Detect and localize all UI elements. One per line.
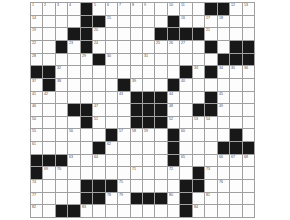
grid-cell-r11c11[interactable]: [155, 129, 166, 141]
grid-cell-r8c2[interactable]: 42: [43, 92, 54, 104]
grid-cell-r10c1[interactable]: 50: [31, 117, 42, 129]
grid-cell-r3c10[interactable]: [143, 28, 154, 40]
grid-cell-r6c16[interactable]: 34: [218, 66, 229, 78]
grid-cell-r10c6[interactable]: 51: [93, 117, 104, 129]
grid-cell-r3c7[interactable]: [106, 28, 117, 40]
grid-cell-r13c4[interactable]: 63: [68, 155, 79, 167]
grid-cell-r1c3[interactable]: 3: [56, 3, 67, 15]
grid-cell-r8c12[interactable]: 44: [168, 92, 179, 104]
clue-number: 2: [44, 3, 46, 7]
grid-cell-r2c13[interactable]: 16: [180, 16, 191, 28]
grid-cell-r11c18[interactable]: [243, 129, 254, 141]
clue-number: 65: [181, 155, 185, 159]
grid-cell-r1c4[interactable]: 4: [68, 3, 79, 15]
black-cell-r11c12: [168, 129, 179, 141]
grid-cell-r5c11[interactable]: [155, 54, 166, 66]
grid-cell-r9c18[interactable]: [243, 104, 254, 116]
grid-cell-r13c10[interactable]: [143, 155, 154, 167]
grid-cell-r13c13[interactable]: 65: [180, 155, 191, 167]
grid-cell-r7c11[interactable]: [155, 79, 166, 91]
grid-cell-r6c3[interactable]: 32: [56, 66, 67, 78]
grid-cell-r12c3[interactable]: [56, 142, 67, 154]
grid-cell-r9c2[interactable]: [43, 104, 54, 116]
clue-number: 80: [169, 193, 173, 197]
grid-cell-r5c15[interactable]: [205, 54, 216, 66]
grid-cell-r17c14[interactable]: 84: [193, 205, 204, 217]
grid-cell-r15c11[interactable]: [155, 180, 166, 192]
grid-cell-r5c9[interactable]: [131, 54, 142, 66]
grid-cell-r6c17[interactable]: 35: [230, 66, 241, 78]
grid-cell-r14c16[interactable]: [218, 167, 229, 179]
grid-cell-r2c2[interactable]: [43, 16, 54, 28]
grid-cell-r11c10[interactable]: 59: [143, 129, 154, 141]
black-cell-r1c16: [218, 3, 229, 15]
grid-cell-r4c10[interactable]: [143, 41, 154, 53]
grid-cell-r16c7[interactable]: 78: [106, 193, 117, 205]
clue-number: 24: [94, 41, 98, 45]
grid-cell-r4c16[interactable]: [218, 41, 229, 53]
black-cell-r8c15: [205, 92, 216, 104]
grid-cell-r14c17[interactable]: [230, 167, 241, 179]
grid-cell-r17c8[interactable]: [118, 205, 129, 217]
black-cell-r10c9: [131, 117, 142, 129]
grid-cell-r3c1[interactable]: 19: [31, 28, 42, 40]
clue-number: 28: [32, 54, 36, 58]
grid-cell-r12c10[interactable]: [143, 142, 154, 154]
grid-cell-r15c2[interactable]: [43, 180, 54, 192]
grid-cell-r10c16[interactable]: [218, 117, 229, 129]
grid-cell-r9c7[interactable]: [106, 104, 117, 116]
grid-cell-r16c1[interactable]: 77: [31, 193, 42, 205]
grid-cell-r8c3[interactable]: [56, 92, 67, 104]
grid-cell-r6c8[interactable]: [118, 66, 129, 78]
grid-cell-r15c4[interactable]: [68, 180, 79, 192]
grid-cell-r2c16[interactable]: 18: [218, 16, 229, 28]
grid-cell-r11c13[interactable]: 60: [180, 129, 191, 141]
black-cell-r3c4: [68, 28, 79, 40]
grid-cell-r8c18[interactable]: [243, 92, 254, 104]
grid-cell-r13c6[interactable]: 64: [93, 155, 104, 167]
grid-cell-r15c12[interactable]: [168, 180, 179, 192]
clue-number: 68: [244, 155, 248, 159]
grid-cell-r4c2[interactable]: [43, 41, 54, 53]
grid-cell-r1c2[interactable]: 2: [43, 3, 54, 15]
clue-number: 19: [32, 28, 36, 32]
grid-cell-r14c12[interactable]: 72: [168, 167, 179, 179]
grid-cell-r2c11[interactable]: [155, 16, 166, 28]
grid-cell-r16c2[interactable]: [43, 193, 54, 205]
grid-cell-r1c9[interactable]: 8: [131, 3, 142, 15]
grid-cell-r5c14[interactable]: [193, 54, 204, 66]
grid-cell-r13c18[interactable]: 68: [243, 155, 254, 167]
black-cell-r9c9: [131, 104, 142, 116]
grid-cell-r6c11[interactable]: [155, 66, 166, 78]
grid-cell-r9c16[interactable]: 49: [218, 104, 229, 116]
grid-cell-r11c3[interactable]: [56, 129, 67, 141]
grid-cell-r15c1[interactable]: 74: [31, 180, 42, 192]
grid-cell-r2c14[interactable]: [193, 16, 204, 28]
grid-cell-r8c8[interactable]: 43: [118, 92, 129, 104]
grid-cell-r14c3[interactable]: 70: [56, 167, 67, 179]
grid-cell-r17c2[interactable]: [43, 205, 54, 217]
grid-cell-r1c11[interactable]: [155, 3, 166, 15]
grid-cell-r12c9[interactable]: [131, 142, 142, 154]
grid-cell-r1c17[interactable]: 12: [230, 3, 241, 15]
grid-cell-r13c9[interactable]: [131, 155, 142, 167]
grid-cell-r5c2[interactable]: [43, 54, 54, 66]
grid-cell-r14c11[interactable]: [155, 167, 166, 179]
grid-cell-r1c12[interactable]: 10: [168, 3, 179, 15]
grid-cell-r7c9[interactable]: 39: [131, 79, 142, 91]
grid-cell-r6c4[interactable]: [68, 66, 79, 78]
grid-cell-r6c9[interactable]: [131, 66, 142, 78]
grid-cell-r14c6[interactable]: [93, 167, 104, 179]
black-cell-r5c6: [93, 54, 104, 66]
grid-cell-r11c16[interactable]: [218, 129, 229, 141]
grid-cell-r8c14[interactable]: [193, 92, 204, 104]
clue-number: 22: [32, 41, 36, 45]
black-cell-r16c11: [155, 193, 166, 205]
grid-cell-r15c18[interactable]: [243, 180, 254, 192]
grid-cell-r11c4[interactable]: 56: [68, 129, 79, 141]
grid-cell-r5c10[interactable]: 31: [143, 54, 154, 66]
grid-cell-r14c2[interactable]: 69: [43, 167, 54, 179]
black-cell-r2c6: [93, 16, 104, 28]
clue-number: 71: [132, 167, 136, 171]
grid-cell-r4c1[interactable]: 22: [31, 41, 42, 53]
grid-cell-r9c1[interactable]: 46: [31, 104, 42, 116]
grid-cell-r17c12[interactable]: [168, 205, 179, 217]
grid-cell-r1c13[interactable]: 11: [180, 3, 191, 15]
grid-cell-r17c7[interactable]: [106, 205, 117, 217]
black-cell-r12c17: [230, 142, 241, 154]
grid-cell-r2c7[interactable]: 15: [106, 16, 117, 28]
grid-cell-r2c4[interactable]: [68, 16, 79, 28]
grid-cell-r3c17[interactable]: [230, 28, 241, 40]
grid-cell-r12c8[interactable]: [118, 142, 129, 154]
clue-number: 53: [194, 117, 198, 121]
grid-cell-r4c8[interactable]: [118, 41, 129, 53]
grid-cell-r14c10[interactable]: [143, 167, 154, 179]
grid-cell-r10c12[interactable]: 52: [168, 117, 179, 129]
grid-cell-r17c9[interactable]: [131, 205, 142, 217]
grid-cell-r9c6[interactable]: 47: [93, 104, 104, 116]
grid-cell-r17c11[interactable]: [155, 205, 166, 217]
grid-cell-r11c9[interactable]: 58: [131, 129, 142, 141]
grid-cell-r5c3[interactable]: [56, 54, 67, 66]
grid-cell-r8c5[interactable]: [81, 92, 92, 104]
grid-cell-r5c5[interactable]: 29: [81, 54, 92, 66]
grid-cell-r10c17[interactable]: [230, 117, 241, 129]
grid-cell-r9c8[interactable]: [118, 104, 129, 116]
grid-cell-r2c8[interactable]: [118, 16, 129, 28]
grid-cell-r8c4[interactable]: [68, 92, 79, 104]
grid-cell-r12c7[interactable]: 62: [106, 142, 117, 154]
grid-cell-r1c1[interactable]: 1: [31, 3, 42, 15]
grid-cell-r11c1[interactable]: 55: [31, 129, 42, 141]
grid-cell-r15c15[interactable]: [205, 180, 216, 192]
grid-cell-r2c9[interactable]: [131, 16, 142, 28]
grid-cell-r3c3[interactable]: [56, 28, 67, 40]
grid-cell-r14c8[interactable]: [118, 167, 129, 179]
grid-cell-r2c15[interactable]: 17: [205, 16, 216, 28]
grid-cell-r15c9[interactable]: [131, 180, 142, 192]
grid-cell-r7c5[interactable]: [81, 79, 92, 91]
grid-cell-r5c12[interactable]: [168, 54, 179, 66]
grid-cell-r16c16[interactable]: [218, 193, 229, 205]
clue-number: 11: [181, 3, 185, 7]
grid-cell-r7c13[interactable]: 40: [180, 79, 191, 91]
black-cell-r14c1: [31, 167, 42, 179]
grid-cell-r13c17[interactable]: 67: [230, 155, 241, 167]
grid-cell-r4c6[interactable]: 24: [93, 41, 104, 53]
grid-cell-r3c9[interactable]: [131, 28, 142, 40]
grid-cell-r5c13[interactable]: [180, 54, 191, 66]
grid-cell-r14c7[interactable]: [106, 167, 117, 179]
grid-cell-r1c7[interactable]: 6: [106, 3, 117, 15]
grid-cell-r6c14[interactable]: 33: [193, 66, 204, 78]
black-cell-r8c9: [131, 92, 142, 104]
grid-cell-r2c10[interactable]: [143, 16, 154, 28]
clue-number: 34: [219, 66, 223, 70]
grid-cell-r17c16[interactable]: [218, 205, 229, 217]
clue-number: 77: [32, 193, 36, 197]
grid-cell-r16c12[interactable]: 80: [168, 193, 179, 205]
grid-cell-r12c5[interactable]: [81, 142, 92, 154]
grid-cell-r10c2[interactable]: [43, 117, 54, 129]
grid-cell-r5c4[interactable]: [68, 54, 79, 66]
black-cell-r10c5: [81, 117, 92, 129]
grid-cell-r4c14[interactable]: [193, 41, 204, 53]
clue-number: 36: [244, 66, 248, 70]
black-cell-r3c12: [168, 28, 179, 40]
black-cell-r8c11: [155, 92, 166, 104]
clue-number: 64: [94, 155, 98, 159]
black-cell-r10c11: [155, 117, 166, 129]
grid-cell-r6c18[interactable]: 36: [243, 66, 254, 78]
grid-cell-r15c8[interactable]: 75: [118, 180, 129, 192]
black-cell-r11c7: [106, 129, 117, 141]
black-cell-r17c4: [68, 205, 79, 217]
grid-cell-r3c2[interactable]: [43, 28, 54, 40]
grid-cell-r12c1[interactable]: 61: [31, 142, 42, 154]
grid-cell-r13c8[interactable]: [118, 155, 129, 167]
grid-cell-r7c14[interactable]: [193, 79, 204, 91]
black-cell-r5c17: [230, 54, 241, 66]
grid-cell-r3c16[interactable]: [218, 28, 229, 40]
grid-cell-r8c7[interactable]: [106, 92, 117, 104]
grid-cell-r10c4[interactable]: [68, 117, 79, 129]
clue-number: 25: [156, 41, 160, 45]
grid-cell-r1c8[interactable]: 7: [118, 3, 129, 15]
grid-cell-r13c14[interactable]: [193, 155, 204, 167]
grid-cell-r12c2[interactable]: [43, 142, 54, 154]
grid-cell-r7c16[interactable]: [218, 79, 229, 91]
grid-cell-r17c18[interactable]: [243, 205, 254, 217]
grid-cell-r7c17[interactable]: [230, 79, 241, 91]
grid-cell-r6c12[interactable]: [168, 66, 179, 78]
grid-cell-r15c16[interactable]: 76: [218, 180, 229, 192]
black-cell-r13c2: [43, 155, 54, 167]
black-cell-r4c17: [230, 41, 241, 53]
grid-cell-r15c17[interactable]: [230, 180, 241, 192]
grid-cell-r8c16[interactable]: 45: [218, 92, 229, 104]
grid-cell-r10c7[interactable]: [106, 117, 117, 129]
grid-cell-r11c8[interactable]: 57: [118, 129, 129, 141]
grid-cell-r9c12[interactable]: 48: [168, 104, 179, 116]
grid-cell-r11c15[interactable]: [205, 129, 216, 141]
grid-cell-r12c4[interactable]: [68, 142, 79, 154]
black-cell-r9c10: [143, 104, 154, 116]
grid-cell-r10c15[interactable]: 54: [205, 117, 216, 129]
clue-number: 10: [169, 3, 173, 7]
black-cell-r5c16: [218, 54, 229, 66]
grid-cell-r10c18[interactable]: [243, 117, 254, 129]
grid-cell-r1c18[interactable]: 13: [243, 3, 254, 15]
black-cell-r6c2: [43, 66, 54, 78]
grid-cell-r10c8[interactable]: [118, 117, 129, 129]
grid-cell-r6c10[interactable]: [143, 66, 154, 78]
grid-cell-r13c7[interactable]: [106, 155, 117, 167]
grid-cell-r9c3[interactable]: [56, 104, 67, 116]
clue-number: 3: [57, 3, 59, 7]
clue-number: 72: [169, 167, 173, 171]
grid-cell-r7c1[interactable]: 37: [31, 79, 42, 91]
grid-cell-r7c10[interactable]: [143, 79, 154, 91]
grid-cell-r3c8[interactable]: [118, 28, 129, 40]
grid-cell-r14c4[interactable]: [68, 167, 79, 179]
grid-cell-r17c17[interactable]: [230, 205, 241, 217]
clue-number: 4: [69, 3, 71, 7]
clue-number: 46: [32, 104, 36, 108]
grid-cell-r8c1[interactable]: 41: [31, 92, 42, 104]
grid-cell-r2c3[interactable]: [56, 16, 67, 28]
grid-cell-r8c6[interactable]: [93, 92, 104, 104]
grid-cell-r15c10[interactable]: [143, 180, 154, 192]
black-cell-r4c3: [56, 41, 67, 53]
grid-cell-r4c7[interactable]: [106, 41, 117, 53]
grid-cell-r17c15[interactable]: [205, 205, 216, 217]
grid-cell-r7c7[interactable]: [106, 79, 117, 91]
grid-cell-r1c14[interactable]: [193, 3, 204, 15]
grid-cell-r2c1[interactable]: 14: [31, 16, 42, 28]
grid-cell-r16c15[interactable]: 81: [205, 193, 216, 205]
clue-number: 70: [57, 167, 61, 171]
grid-cell-r4c9[interactable]: [131, 41, 142, 53]
grid-cell-r13c15[interactable]: [205, 155, 216, 167]
grid-cell-r17c6[interactable]: [93, 205, 104, 217]
grid-cell-r8c17[interactable]: [230, 92, 241, 104]
grid-cell-r7c4[interactable]: [68, 79, 79, 91]
grid-cell-r2c17[interactable]: [230, 16, 241, 28]
grid-cell-r10c13[interactable]: [180, 117, 191, 129]
grid-cell-r14c18[interactable]: [243, 167, 254, 179]
grid-cell-r15c3[interactable]: [56, 180, 67, 192]
black-cell-r15c6: [93, 180, 104, 192]
grid-cell-r14c5[interactable]: [81, 167, 92, 179]
grid-cell-r4c13[interactable]: 27: [180, 41, 191, 53]
grid-cell-r7c6[interactable]: [93, 79, 104, 91]
grid-cell-r17c10[interactable]: [143, 205, 154, 217]
grid-cell-r5c7[interactable]: 30: [106, 54, 117, 66]
grid-cell-r4c12[interactable]: 26: [168, 41, 179, 53]
grid-cell-r8c13[interactable]: [180, 92, 191, 104]
grid-cell-r4c4[interactable]: 23: [68, 41, 79, 53]
grid-cell-r9c13[interactable]: [180, 104, 191, 116]
grid-cell-r11c6[interactable]: [93, 129, 104, 141]
black-cell-r13c12: [168, 155, 179, 167]
clue-number: 67: [231, 155, 235, 159]
black-cell-r9c14: [193, 104, 204, 116]
grid-cell-r14c15[interactable]: 73: [205, 167, 216, 179]
clue-number: 12: [231, 3, 235, 7]
grid-cell-r10c3[interactable]: [56, 117, 67, 129]
clue-number: 8: [132, 3, 134, 7]
black-cell-r16c6: [93, 193, 104, 205]
grid-cell-r11c5[interactable]: [81, 129, 92, 141]
black-cell-r6c13: [180, 66, 191, 78]
grid-cell-r4c11[interactable]: 25: [155, 41, 166, 53]
clue-number: 39: [132, 79, 136, 83]
grid-cell-r14c13[interactable]: [180, 167, 191, 179]
black-cell-r4c18: [243, 41, 254, 53]
grid-cell-r13c16[interactable]: 66: [218, 155, 229, 167]
grid-cell-r16c8[interactable]: 79: [118, 193, 129, 205]
grid-cell-r6c7[interactable]: [106, 66, 117, 78]
grid-cell-r1c10[interactable]: 9: [143, 3, 154, 15]
clue-number: 55: [32, 129, 36, 133]
grid-cell-r16c3[interactable]: [56, 193, 67, 205]
grid-cell-r12c14[interactable]: [193, 142, 204, 154]
black-cell-r4c15: [205, 41, 216, 53]
grid-cell-r7c15[interactable]: [205, 79, 216, 91]
grid-cell-r6c6[interactable]: [93, 66, 104, 78]
grid-cell-r16c4[interactable]: [68, 193, 79, 205]
grid-cell-r3c6[interactable]: 20: [93, 28, 104, 40]
grid-cell-r5c1[interactable]: 28: [31, 54, 42, 66]
grid-cell-r13c5[interactable]: [81, 155, 92, 167]
grid-cell-r7c3[interactable]: 38: [56, 79, 67, 91]
grid-cell-r16c17[interactable]: [230, 193, 241, 205]
grid-cell-r1c6[interactable]: 5: [93, 3, 104, 15]
grid-cell-r17c5[interactable]: 83: [81, 205, 92, 217]
clue-number: 26: [169, 41, 173, 45]
grid-cell-r3c18[interactable]: [243, 28, 254, 40]
grid-cell-r5c8[interactable]: [118, 54, 129, 66]
grid-cell-r16c14[interactable]: [193, 193, 204, 205]
grid-cell-r11c14[interactable]: [193, 129, 204, 141]
grid-cell-r9c17[interactable]: [230, 104, 241, 116]
grid-cell-r16c18[interactable]: [243, 193, 254, 205]
grid-cell-r13c11[interactable]: [155, 155, 166, 167]
grid-cell-r3c15[interactable]: 21: [205, 28, 216, 40]
clue-number: 18: [219, 16, 223, 20]
clue-number: 82: [32, 205, 36, 209]
grid-cell-r14c9[interactable]: 71: [131, 167, 142, 179]
grid-cell-r12c13[interactable]: [180, 142, 191, 154]
clue-number: 14: [32, 16, 36, 20]
clue-number: 84: [194, 205, 198, 209]
grid-cell-r6c5[interactable]: [81, 66, 92, 78]
grid-cell-r12c11[interactable]: [155, 142, 166, 154]
grid-cell-r17c1[interactable]: 82: [31, 205, 42, 217]
grid-cell-r12c15[interactable]: [205, 142, 216, 154]
grid-cell-r10c14[interactable]: 53: [193, 117, 204, 129]
grid-cell-r2c18[interactable]: [243, 16, 254, 28]
grid-cell-r11c2[interactable]: [43, 129, 54, 141]
grid-cell-r7c18[interactable]: [243, 79, 254, 91]
clue-number: 60: [181, 129, 185, 133]
